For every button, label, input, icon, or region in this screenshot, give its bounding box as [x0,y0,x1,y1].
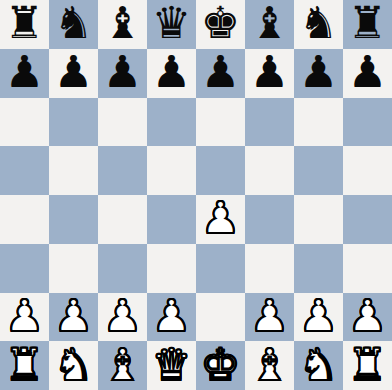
square-d2[interactable]: ♟ [147,293,196,342]
square-e2[interactable] [196,293,245,342]
black-rook-icon[interactable]: ♜ [5,1,44,45]
square-d7[interactable]: ♟ [147,49,196,98]
square-g7[interactable]: ♟ [294,49,343,98]
white-knight-icon[interactable]: ♞ [299,343,338,387]
square-a4[interactable] [0,195,49,244]
square-g2[interactable]: ♟ [294,293,343,342]
square-g6[interactable] [294,98,343,147]
black-pawn-icon[interactable]: ♟ [299,50,338,94]
square-g5[interactable] [294,146,343,195]
black-king-icon[interactable]: ♚ [201,1,240,45]
white-rook-icon[interactable]: ♜ [5,343,44,387]
square-a3[interactable] [0,244,49,293]
square-f3[interactable] [245,244,294,293]
square-a8[interactable]: ♜ [0,0,49,49]
square-b3[interactable] [49,244,98,293]
white-queen-icon[interactable]: ♛ [152,343,191,387]
white-pawn-icon[interactable]: ♟ [152,294,191,338]
white-pawn-icon[interactable]: ♟ [299,294,338,338]
square-f8[interactable]: ♝ [245,0,294,49]
square-d1[interactable]: ♛ [147,341,196,390]
white-pawn-icon[interactable]: ♟ [103,294,142,338]
black-pawn-icon[interactable]: ♟ [54,50,93,94]
square-a1[interactable]: ♜ [0,341,49,390]
white-bishop-icon[interactable]: ♝ [103,343,142,387]
square-b7[interactable]: ♟ [49,49,98,98]
square-c2[interactable]: ♟ [98,293,147,342]
square-d6[interactable] [147,98,196,147]
black-queen-icon[interactable]: ♛ [152,1,191,45]
white-pawn-icon[interactable]: ♟ [201,196,240,240]
square-h7[interactable]: ♟ [343,49,392,98]
square-f6[interactable] [245,98,294,147]
square-c8[interactable]: ♝ [98,0,147,49]
square-d3[interactable] [147,244,196,293]
square-e3[interactable] [196,244,245,293]
square-e8[interactable]: ♚ [196,0,245,49]
white-pawn-icon[interactable]: ♟ [5,294,44,338]
square-e5[interactable] [196,146,245,195]
square-c3[interactable] [98,244,147,293]
black-bishop-icon[interactable]: ♝ [250,1,289,45]
square-h3[interactable] [343,244,392,293]
square-d4[interactable] [147,195,196,244]
square-c1[interactable]: ♝ [98,341,147,390]
white-pawn-icon[interactable]: ♟ [250,294,289,338]
square-c5[interactable] [98,146,147,195]
square-a5[interactable] [0,146,49,195]
black-knight-icon[interactable]: ♞ [54,1,93,45]
square-h4[interactable] [343,195,392,244]
square-h2[interactable]: ♟ [343,293,392,342]
square-a6[interactable] [0,98,49,147]
square-c4[interactable] [98,195,147,244]
black-pawn-icon[interactable]: ♟ [201,50,240,94]
square-a2[interactable]: ♟ [0,293,49,342]
white-king-icon[interactable]: ♚ [201,343,240,387]
square-g1[interactable]: ♞ [294,341,343,390]
white-bishop-icon[interactable]: ♝ [250,343,289,387]
square-g3[interactable] [294,244,343,293]
square-g8[interactable]: ♞ [294,0,343,49]
square-f7[interactable]: ♟ [245,49,294,98]
square-c7[interactable]: ♟ [98,49,147,98]
black-pawn-icon[interactable]: ♟ [103,50,142,94]
square-c6[interactable] [98,98,147,147]
square-e4[interactable]: ♟ [196,195,245,244]
black-pawn-icon[interactable]: ♟ [152,50,191,94]
square-h5[interactable] [343,146,392,195]
black-rook-icon[interactable]: ♜ [348,1,387,45]
square-a7[interactable]: ♟ [0,49,49,98]
square-b8[interactable]: ♞ [49,0,98,49]
square-f2[interactable]: ♟ [245,293,294,342]
square-e6[interactable] [196,98,245,147]
chess-board: ♜♞♝♛♚♝♞♜♟♟♟♟♟♟♟♟♟♟♟♟♟♟♟♟♜♞♝♛♚♝♞♜ [0,0,392,390]
black-bishop-icon[interactable]: ♝ [103,1,142,45]
square-b4[interactable] [49,195,98,244]
square-h8[interactable]: ♜ [343,0,392,49]
square-e7[interactable]: ♟ [196,49,245,98]
square-b6[interactable] [49,98,98,147]
black-knight-icon[interactable]: ♞ [299,1,338,45]
square-b2[interactable]: ♟ [49,293,98,342]
square-e1[interactable]: ♚ [196,341,245,390]
white-knight-icon[interactable]: ♞ [54,343,93,387]
square-f1[interactable]: ♝ [245,341,294,390]
square-h6[interactable] [343,98,392,147]
black-pawn-icon[interactable]: ♟ [5,50,44,94]
white-pawn-icon[interactable]: ♟ [348,294,387,338]
white-pawn-icon[interactable]: ♟ [54,294,93,338]
black-pawn-icon[interactable]: ♟ [250,50,289,94]
square-h1[interactable]: ♜ [343,341,392,390]
black-pawn-icon[interactable]: ♟ [348,50,387,94]
square-b5[interactable] [49,146,98,195]
square-f4[interactable] [245,195,294,244]
square-d5[interactable] [147,146,196,195]
square-g4[interactable] [294,195,343,244]
white-rook-icon[interactable]: ♜ [348,343,387,387]
square-f5[interactable] [245,146,294,195]
square-b1[interactable]: ♞ [49,341,98,390]
square-d8[interactable]: ♛ [147,0,196,49]
